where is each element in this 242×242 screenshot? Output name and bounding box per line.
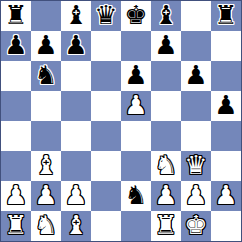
piece-black-knight[interactable]: ♞ bbox=[124, 182, 147, 208]
piece-white-pawn[interactable]: ♟ bbox=[124, 92, 147, 118]
piece-white-pawn[interactable]: ♟ bbox=[154, 182, 177, 208]
square-c7[interactable]: ♟ bbox=[61, 31, 91, 61]
square-g4[interactable] bbox=[181, 121, 211, 151]
square-b2[interactable]: ♟ bbox=[31, 181, 61, 211]
square-e4[interactable] bbox=[121, 121, 151, 151]
piece-white-knight[interactable]: ♞ bbox=[154, 152, 177, 178]
square-c3[interactable] bbox=[61, 151, 91, 181]
piece-black-pawn[interactable]: ♟ bbox=[64, 32, 87, 58]
square-e2[interactable]: ♞ bbox=[121, 181, 151, 211]
square-a2[interactable]: ♟ bbox=[1, 181, 31, 211]
square-h1[interactable] bbox=[211, 211, 241, 241]
square-c5[interactable] bbox=[61, 91, 91, 121]
square-h8[interactable]: ♜ bbox=[211, 1, 241, 31]
square-f6[interactable] bbox=[151, 61, 181, 91]
square-b4[interactable] bbox=[31, 121, 61, 151]
piece-black-pawn[interactable]: ♟ bbox=[4, 32, 27, 58]
square-a3[interactable] bbox=[1, 151, 31, 181]
piece-white-bishop[interactable]: ♝ bbox=[64, 212, 87, 238]
square-b1[interactable]: ♞ bbox=[31, 211, 61, 241]
piece-black-pawn[interactable]: ♟ bbox=[154, 32, 177, 58]
square-g1[interactable]: ♚ bbox=[181, 211, 211, 241]
piece-black-bishop[interactable]: ♝ bbox=[64, 2, 87, 28]
square-b5[interactable] bbox=[31, 91, 61, 121]
square-b6[interactable]: ♞ bbox=[31, 61, 61, 91]
square-e8[interactable]: ♚ bbox=[121, 1, 151, 31]
piece-white-rook[interactable]: ♜ bbox=[154, 212, 177, 238]
square-d2[interactable] bbox=[91, 181, 121, 211]
piece-black-pawn[interactable]: ♟ bbox=[34, 32, 57, 58]
square-c8[interactable]: ♝ bbox=[61, 1, 91, 31]
piece-white-rook[interactable]: ♜ bbox=[4, 212, 27, 238]
square-a8[interactable]: ♜ bbox=[1, 1, 31, 31]
square-e6[interactable]: ♟ bbox=[121, 61, 151, 91]
square-h7[interactable] bbox=[211, 31, 241, 61]
piece-white-bishop[interactable]: ♝ bbox=[34, 152, 57, 178]
square-a6[interactable] bbox=[1, 61, 31, 91]
chess-board: ♜♝♛♚♝♜♟♟♟♟♞♟♟♟♟♝♞♛♟♟♟♞♟♟♟♜♞♝♜♚ bbox=[0, 0, 242, 242]
square-h4[interactable] bbox=[211, 121, 241, 151]
piece-white-knight[interactable]: ♞ bbox=[34, 212, 57, 238]
square-g8[interactable] bbox=[181, 1, 211, 31]
piece-white-pawn[interactable]: ♟ bbox=[64, 182, 87, 208]
square-f4[interactable] bbox=[151, 121, 181, 151]
square-h6[interactable] bbox=[211, 61, 241, 91]
square-f1[interactable]: ♜ bbox=[151, 211, 181, 241]
square-d6[interactable] bbox=[91, 61, 121, 91]
square-e5[interactable]: ♟ bbox=[121, 91, 151, 121]
square-d7[interactable] bbox=[91, 31, 121, 61]
square-d4[interactable] bbox=[91, 121, 121, 151]
piece-white-pawn[interactable]: ♟ bbox=[184, 182, 207, 208]
piece-white-king[interactable]: ♚ bbox=[184, 212, 207, 238]
piece-white-queen[interactable]: ♛ bbox=[184, 152, 207, 178]
square-c6[interactable] bbox=[61, 61, 91, 91]
piece-black-rook[interactable]: ♜ bbox=[214, 2, 237, 28]
piece-white-pawn[interactable]: ♟ bbox=[214, 182, 237, 208]
square-e3[interactable] bbox=[121, 151, 151, 181]
square-a7[interactable]: ♟ bbox=[1, 31, 31, 61]
square-h5[interactable]: ♟ bbox=[211, 91, 241, 121]
piece-white-pawn[interactable]: ♟ bbox=[34, 182, 57, 208]
square-f7[interactable]: ♟ bbox=[151, 31, 181, 61]
piece-black-pawn[interactable]: ♟ bbox=[214, 92, 237, 118]
piece-black-pawn[interactable]: ♟ bbox=[184, 62, 207, 88]
square-e7[interactable] bbox=[121, 31, 151, 61]
square-g5[interactable] bbox=[181, 91, 211, 121]
square-c4[interactable] bbox=[61, 121, 91, 151]
square-f5[interactable] bbox=[151, 91, 181, 121]
square-g7[interactable] bbox=[181, 31, 211, 61]
piece-black-king[interactable]: ♚ bbox=[124, 2, 147, 28]
square-b7[interactable]: ♟ bbox=[31, 31, 61, 61]
square-c1[interactable]: ♝ bbox=[61, 211, 91, 241]
square-a1[interactable]: ♜ bbox=[1, 211, 31, 241]
square-a5[interactable] bbox=[1, 91, 31, 121]
square-b8[interactable] bbox=[31, 1, 61, 31]
square-g2[interactable]: ♟ bbox=[181, 181, 211, 211]
piece-black-queen[interactable]: ♛ bbox=[94, 2, 117, 28]
square-f3[interactable]: ♞ bbox=[151, 151, 181, 181]
square-d3[interactable] bbox=[91, 151, 121, 181]
square-g6[interactable]: ♟ bbox=[181, 61, 211, 91]
piece-black-pawn[interactable]: ♟ bbox=[124, 62, 147, 88]
square-a4[interactable] bbox=[1, 121, 31, 151]
piece-black-bishop[interactable]: ♝ bbox=[154, 2, 177, 28]
square-g3[interactable]: ♛ bbox=[181, 151, 211, 181]
square-e1[interactable] bbox=[121, 211, 151, 241]
square-f2[interactable]: ♟ bbox=[151, 181, 181, 211]
square-h2[interactable]: ♟ bbox=[211, 181, 241, 211]
square-d5[interactable] bbox=[91, 91, 121, 121]
square-c2[interactable]: ♟ bbox=[61, 181, 91, 211]
square-d1[interactable] bbox=[91, 211, 121, 241]
piece-black-rook[interactable]: ♜ bbox=[4, 2, 27, 28]
square-b3[interactable]: ♝ bbox=[31, 151, 61, 181]
piece-black-knight[interactable]: ♞ bbox=[34, 62, 57, 88]
square-d8[interactable]: ♛ bbox=[91, 1, 121, 31]
square-f8[interactable]: ♝ bbox=[151, 1, 181, 31]
square-h3[interactable] bbox=[211, 151, 241, 181]
piece-white-pawn[interactable]: ♟ bbox=[4, 182, 27, 208]
